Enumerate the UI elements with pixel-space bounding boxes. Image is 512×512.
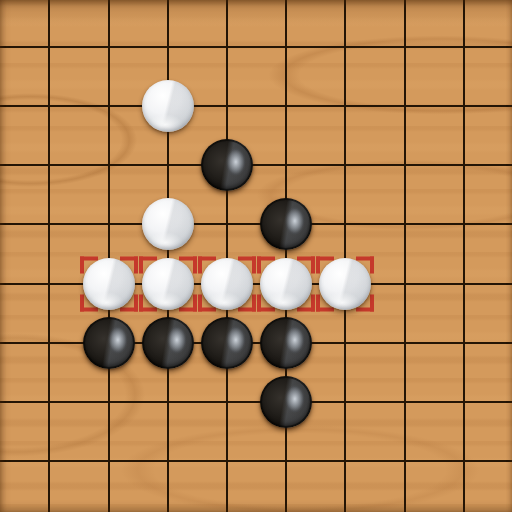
grid-line-horizontal [0,460,512,462]
grid-line-horizontal [0,401,512,403]
grid-line-horizontal [0,223,512,225]
white-stone [142,80,194,132]
gomoku-app-screen [0,0,512,512]
grid-line-horizontal [0,46,512,48]
black-stone [260,198,312,250]
black-stone [201,317,253,369]
grid-line-horizontal [0,105,512,107]
grid-line-vertical [48,0,50,512]
black-stone [142,317,194,369]
gomoku-board[interactable] [0,0,512,512]
white-stone [142,258,194,310]
grid-line-horizontal [0,342,512,344]
black-stone [260,376,312,428]
grid-line-horizontal [0,283,512,285]
white-stone [201,258,253,310]
grid-line-vertical [404,0,406,512]
white-stone [319,258,371,310]
white-stone [142,198,194,250]
white-stone [260,258,312,310]
grid-line-vertical [463,0,465,512]
black-stone [83,317,135,369]
black-stone [260,317,312,369]
grid-line-horizontal [0,164,512,166]
black-stone [201,139,253,191]
white-stone [83,258,135,310]
